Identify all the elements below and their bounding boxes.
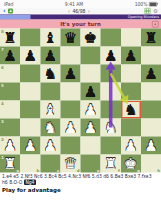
square-c3[interactable]: ♞ xyxy=(40,119,60,137)
square-h3[interactable] xyxy=(141,119,161,137)
white-pawn-c2[interactable]: ♟ xyxy=(40,137,60,155)
square-a7[interactable]: 7♟ xyxy=(0,47,20,65)
rank-label: 3 xyxy=(1,119,4,124)
battery-percent: 100% xyxy=(135,2,148,7)
square-g2[interactable]: ♟ xyxy=(121,137,141,155)
square-e6[interactable] xyxy=(81,65,101,83)
square-f4[interactable] xyxy=(101,101,121,119)
board-setup-icon[interactable] xyxy=(145,8,151,14)
rank-label: 7 xyxy=(1,47,4,52)
file-label: a xyxy=(16,168,19,173)
rank-label: 4 xyxy=(1,101,4,106)
black-rook-h8[interactable]: ♜ xyxy=(141,29,161,47)
black-pawn-c7[interactable]: ♟ xyxy=(40,47,60,65)
square-e2[interactable] xyxy=(81,137,101,155)
file-label: b xyxy=(36,168,39,173)
square-e3[interactable]: ♟ xyxy=(81,119,101,137)
black-pawn-a7[interactable]: ♟ xyxy=(0,47,20,65)
black-pawn-f7[interactable]: ♟ xyxy=(101,47,121,65)
white-rook-f1[interactable]: ♜ xyxy=(101,155,121,173)
square-g1[interactable]: g♚ xyxy=(121,155,141,173)
white-pawn-h2[interactable]: ♟ xyxy=(141,137,161,155)
black-bishop-c8[interactable]: ♝ xyxy=(40,29,60,47)
square-g3[interactable] xyxy=(121,119,141,137)
square-g5[interactable] xyxy=(121,83,141,101)
square-e4[interactable]: ♟ xyxy=(81,101,101,119)
square-d5[interactable] xyxy=(60,83,80,101)
file-label: e xyxy=(97,168,100,173)
file-label: h xyxy=(157,168,160,173)
square-h8[interactable]: ♜ xyxy=(141,29,161,47)
white-knight-f3[interactable]: ♞ xyxy=(101,119,121,137)
square-b7[interactable]: ♟ xyxy=(20,47,40,65)
black-knight-c6[interactable]: ♞ xyxy=(40,65,60,83)
file-label: d xyxy=(77,168,80,173)
square-c2[interactable]: ♟ xyxy=(40,137,60,155)
rank-label: 6 xyxy=(1,65,4,70)
black-pawn-e5[interactable]: ♟ xyxy=(81,83,101,101)
square-h5[interactable] xyxy=(141,83,161,101)
square-b6[interactable] xyxy=(20,65,40,83)
square-d4[interactable] xyxy=(60,101,80,119)
prev-position-button[interactable]: ‹ xyxy=(68,9,70,14)
white-bishop-c4[interactable]: ♝ xyxy=(40,101,60,119)
square-d8[interactable]: ♛ xyxy=(60,29,80,47)
move-list-line2: h6 8.O-O Ng4 xyxy=(2,180,159,186)
white-rook-a1[interactable]: ♜ xyxy=(0,155,20,173)
square-c6[interactable]: ♞ xyxy=(40,65,60,83)
black-knight-g4[interactable]: ♞ xyxy=(121,101,141,119)
square-b1[interactable]: b xyxy=(20,155,40,173)
moves-panel: 1.e4 e5 2.Nf3 Nc6 3.Bc4 Bc5 4.Nc3 Nf6 5.… xyxy=(0,173,161,194)
square-g7[interactable]: ♟ xyxy=(121,47,141,65)
white-pawn-a2[interactable]: ♟ xyxy=(0,137,20,155)
square-b2[interactable]: ♟ xyxy=(20,137,40,155)
next-position-button[interactable]: › xyxy=(88,9,90,14)
square-h4[interactable] xyxy=(141,101,161,119)
file-label: f xyxy=(118,168,120,173)
square-b3[interactable] xyxy=(20,119,40,137)
square-e5[interactable]: ♟ xyxy=(81,83,101,101)
rank-label: 2 xyxy=(1,137,4,142)
square-f3[interactable]: ♞ xyxy=(101,119,121,137)
square-d1[interactable]: d♛ xyxy=(60,155,80,173)
black-rook-a8[interactable]: ♜ xyxy=(0,29,20,47)
screenshot-root: { "status_bar": { "left": "iPad", "cente… xyxy=(0,0,161,215)
white-pawn-e4[interactable]: ♟ xyxy=(81,101,101,119)
rank-label: 5 xyxy=(1,83,4,88)
status-left: iPad xyxy=(4,2,13,7)
square-a3[interactable]: 3 xyxy=(0,119,20,137)
square-f1[interactable]: f♜ xyxy=(101,155,121,173)
white-pawn-d3[interactable]: ♟ xyxy=(60,119,80,137)
square-h2[interactable]: ♟ xyxy=(141,137,161,155)
square-b5[interactable] xyxy=(20,83,40,101)
square-h7[interactable] xyxy=(141,47,161,65)
battery-icon xyxy=(149,2,157,7)
status-right: 100% xyxy=(135,2,157,7)
rank-label: 8 xyxy=(1,29,4,34)
square-b4[interactable] xyxy=(20,101,40,119)
back-button[interactable]: ‹ xyxy=(3,9,6,14)
course-icon[interactable]: ♟ xyxy=(8,9,13,14)
white-pawn-e3[interactable]: ♟ xyxy=(81,119,101,137)
square-h1[interactable]: h xyxy=(141,155,161,173)
square-h6[interactable]: ♟ xyxy=(141,65,161,83)
square-e1[interactable]: e xyxy=(81,155,101,173)
square-e7[interactable] xyxy=(81,47,101,65)
white-queen-d1[interactable]: ♛ xyxy=(60,155,80,173)
square-c8[interactable]: ♝ xyxy=(40,29,60,47)
current-move-chip[interactable]: Ng4 xyxy=(24,180,36,186)
black-pawn-h6[interactable]: ♟ xyxy=(141,65,161,83)
white-king-g1[interactable]: ♚ xyxy=(121,155,141,173)
square-d6[interactable]: ♟ xyxy=(60,65,80,83)
chess-app-window: { "status_bar": { "left": "iPad", "cente… xyxy=(0,0,161,215)
chess-board: 8♜♝♛♚♜7♟♟♟♟♟6♞♟♟5♟4♝♟♞3♞♟♟♞2♟♟♟♟♟1a♜bcd♛… xyxy=(0,29,161,173)
gear-icon[interactable]: ⚙ xyxy=(153,8,158,14)
black-pawn-d6[interactable]: ♟ xyxy=(60,65,80,83)
status-time: 9:41 AM xyxy=(65,2,84,7)
square-g6[interactable] xyxy=(121,65,141,83)
square-a5[interactable]: 5 xyxy=(0,83,20,101)
black-pawn-g7[interactable]: ♟ xyxy=(121,47,141,65)
square-d7[interactable] xyxy=(60,47,80,65)
square-d2[interactable] xyxy=(60,137,80,155)
black-king-e8[interactable]: ♚ xyxy=(81,29,101,47)
square-f8[interactable] xyxy=(101,29,121,47)
square-g4[interactable]: ♞ xyxy=(121,101,141,119)
square-f5[interactable] xyxy=(101,83,121,101)
square-a8[interactable]: 8♜ xyxy=(0,29,20,47)
square-a2[interactable]: 2♟ xyxy=(0,137,20,155)
square-a6[interactable]: 6 xyxy=(0,65,20,83)
square-a1[interactable]: 1a♜ xyxy=(0,155,20,173)
board-grid: 8♜♝♛♚♜7♟♟♟♟♟6♞♟♟5♟4♝♟♞3♞♟♟♞2♟♟♟♟♟1a♜bcd♛… xyxy=(0,29,161,173)
square-b8[interactable] xyxy=(20,29,40,47)
turn-banner: It's your turn xyxy=(0,20,161,29)
white-pawn-g2[interactable]: ♟ xyxy=(121,137,141,155)
turn-banner-text: It's your turn xyxy=(60,21,101,28)
status-bar: iPad 9:41 AM 100% xyxy=(0,0,161,8)
rank-label: 1 xyxy=(1,155,4,160)
white-knight-c3[interactable]: ♞ xyxy=(40,119,60,137)
square-c7[interactable]: ♟ xyxy=(40,47,60,65)
square-f2[interactable] xyxy=(101,137,121,155)
square-f6[interactable] xyxy=(101,65,121,83)
black-queen-d8[interactable]: ♛ xyxy=(60,29,80,47)
square-c1[interactable]: c xyxy=(40,155,60,173)
goal-text: Play for advantage xyxy=(2,187,159,194)
square-g8[interactable] xyxy=(121,29,141,47)
move-list-line2-prefix: h6 8.O-O xyxy=(2,180,22,186)
square-c4[interactable]: ♝ xyxy=(40,101,60,119)
file-label: g xyxy=(137,168,140,173)
position-counter: 46/98 xyxy=(72,9,85,14)
square-c5[interactable] xyxy=(40,83,60,101)
file-label: c xyxy=(57,168,59,173)
square-a4[interactable]: 4 xyxy=(0,101,20,119)
hint-icon[interactable] xyxy=(152,21,159,28)
white-pawn-b2[interactable]: ♟ xyxy=(20,137,40,155)
black-pawn-b7[interactable]: ♟ xyxy=(20,47,40,65)
square-e8[interactable]: ♚ xyxy=(81,29,101,47)
square-f7[interactable]: ♟ xyxy=(101,47,121,65)
square-d3[interactable]: ♟ xyxy=(60,119,80,137)
